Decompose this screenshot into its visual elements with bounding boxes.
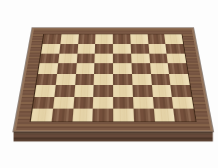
board-playing-area bbox=[30, 34, 197, 122]
square-r1c4 bbox=[95, 34, 113, 43]
square-r1c6 bbox=[130, 34, 148, 43]
square-r1c5 bbox=[113, 34, 131, 43]
square-r6c8 bbox=[171, 85, 192, 97]
square-r7c3 bbox=[73, 97, 94, 109]
square-r4c1 bbox=[38, 63, 58, 74]
square-r2c6 bbox=[130, 44, 148, 54]
square-r8c3 bbox=[72, 109, 93, 122]
square-r7c7 bbox=[152, 97, 173, 109]
square-r8c7 bbox=[153, 109, 175, 122]
square-r3c1 bbox=[40, 53, 59, 63]
square-r8c5 bbox=[113, 109, 134, 122]
square-r2c3 bbox=[77, 44, 95, 54]
square-r8c8 bbox=[173, 109, 195, 122]
square-r6c7 bbox=[151, 85, 172, 97]
square-r8c6 bbox=[133, 109, 154, 122]
square-r5c2 bbox=[55, 74, 75, 85]
board-grid bbox=[31, 34, 196, 121]
square-r5c6 bbox=[132, 74, 152, 85]
chess-board bbox=[14, 28, 213, 132]
square-r4c4 bbox=[94, 63, 113, 74]
square-r5c1 bbox=[36, 74, 56, 85]
square-r1c8 bbox=[164, 34, 183, 43]
square-r5c3 bbox=[75, 74, 95, 85]
square-r7c5 bbox=[113, 97, 133, 109]
square-r3c4 bbox=[95, 53, 113, 63]
square-r7c6 bbox=[133, 97, 154, 109]
square-r4c3 bbox=[76, 63, 95, 74]
square-r6c1 bbox=[35, 85, 56, 97]
square-r8c4 bbox=[93, 109, 114, 122]
square-r3c3 bbox=[76, 53, 95, 63]
square-r2c2 bbox=[59, 44, 78, 54]
square-r3c2 bbox=[58, 53, 77, 63]
square-r4c2 bbox=[57, 63, 77, 74]
square-r5c8 bbox=[169, 74, 190, 85]
square-r3c5 bbox=[113, 53, 131, 63]
square-r3c6 bbox=[131, 53, 150, 63]
square-r3c7 bbox=[149, 53, 168, 63]
square-r5c4 bbox=[94, 74, 113, 85]
square-r2c1 bbox=[41, 44, 60, 54]
square-r4c5 bbox=[113, 63, 132, 74]
square-r5c7 bbox=[151, 74, 171, 85]
square-r7c1 bbox=[33, 97, 54, 109]
square-r1c1 bbox=[43, 34, 62, 43]
square-r7c2 bbox=[53, 97, 74, 109]
square-r6c5 bbox=[113, 85, 133, 97]
product-photo bbox=[0, 0, 218, 168]
square-r7c4 bbox=[93, 97, 113, 109]
square-r1c7 bbox=[147, 34, 165, 43]
square-r2c4 bbox=[95, 44, 113, 54]
square-r6c6 bbox=[132, 85, 152, 97]
square-r1c3 bbox=[78, 34, 96, 43]
square-r2c5 bbox=[113, 44, 131, 54]
square-r4c7 bbox=[150, 63, 170, 74]
square-r2c8 bbox=[166, 44, 185, 54]
square-r8c1 bbox=[31, 109, 53, 122]
square-r3c8 bbox=[167, 53, 187, 63]
square-r8c2 bbox=[51, 109, 73, 122]
square-r2c7 bbox=[148, 44, 167, 54]
square-r7c8 bbox=[172, 97, 194, 109]
square-r1c2 bbox=[60, 34, 78, 43]
square-r4c6 bbox=[131, 63, 150, 74]
square-r5c5 bbox=[113, 74, 132, 85]
board-side-edge bbox=[14, 131, 213, 141]
square-r6c3 bbox=[74, 85, 94, 97]
board-scene bbox=[24, 0, 198, 159]
square-r6c4 bbox=[93, 85, 113, 97]
square-r6c2 bbox=[54, 85, 74, 97]
square-r4c8 bbox=[168, 63, 188, 74]
